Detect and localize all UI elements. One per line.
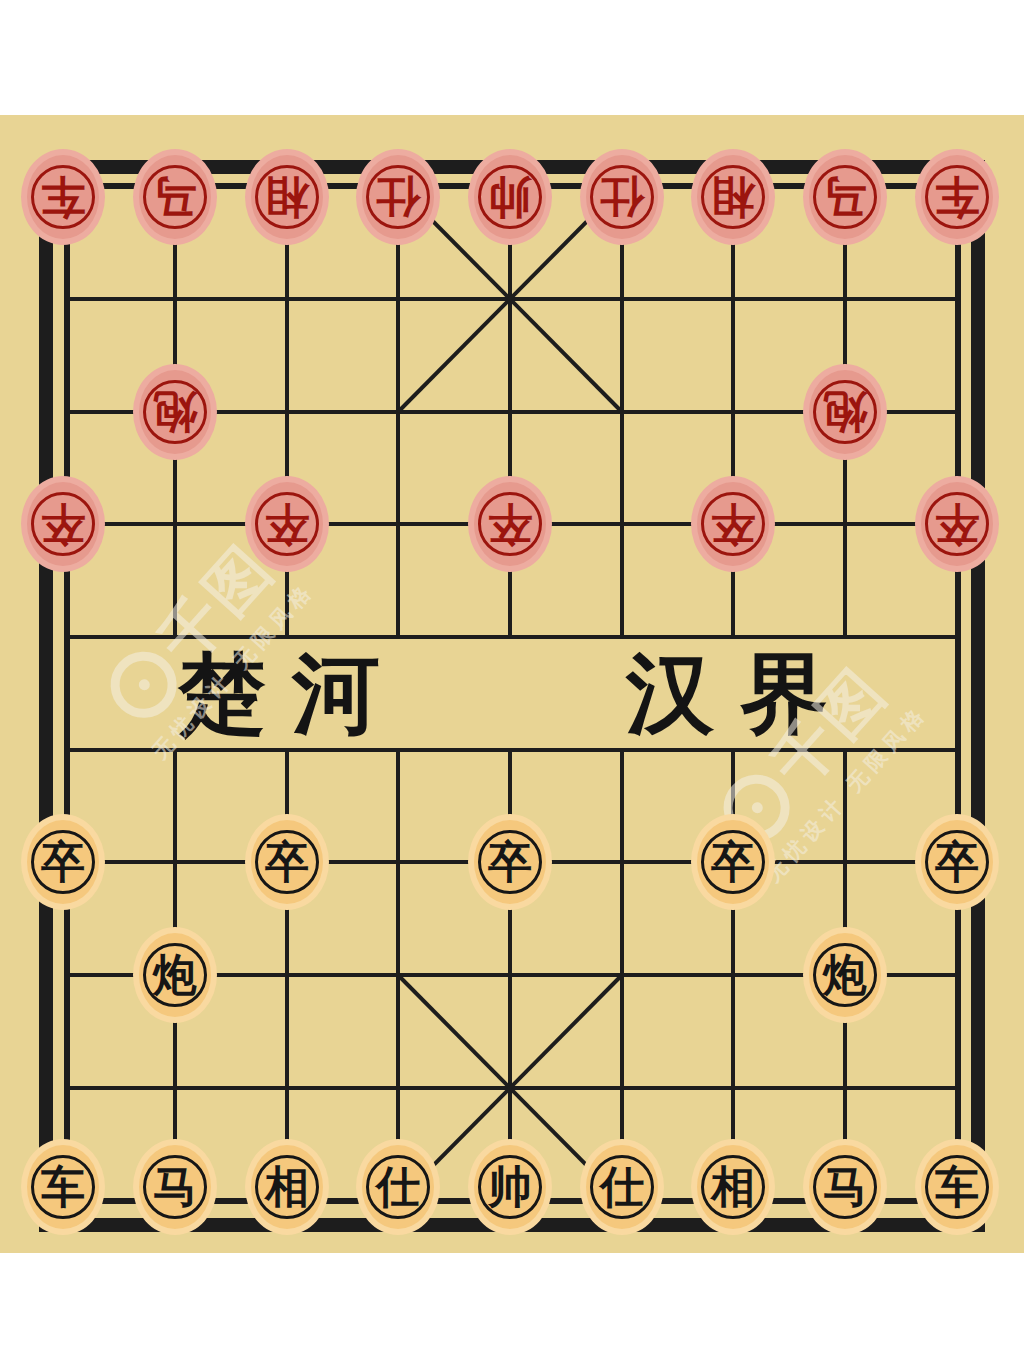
- piece-ring: 相: [701, 165, 765, 229]
- piece-glyph: 车: [41, 1165, 85, 1209]
- river-label-right: 汉界: [626, 635, 854, 754]
- piece-ring: 仕: [590, 1155, 654, 1219]
- piece-red-horse[interactable]: 马: [133, 149, 217, 245]
- piece-glyph: 卒: [935, 840, 979, 884]
- piece-ring: 卒: [701, 830, 765, 894]
- piece-glyph: 卒: [711, 840, 755, 884]
- piece-glyph: 相: [711, 175, 755, 219]
- piece-ring: 仕: [366, 1155, 430, 1219]
- piece-glyph: 相: [265, 175, 309, 219]
- piece-ring: 卒: [478, 830, 542, 894]
- piece-ring: 卒: [31, 830, 95, 894]
- piece-red-chariot[interactable]: 车: [21, 149, 105, 245]
- piece-ring: 帅: [478, 1155, 542, 1219]
- piece-glyph: 车: [41, 175, 85, 219]
- piece-yellow-chariot[interactable]: 车: [21, 1139, 105, 1235]
- piece-ring: 炮: [143, 943, 207, 1007]
- piece-ring: 卒: [31, 492, 95, 556]
- piece-red-horse[interactable]: 马: [803, 149, 887, 245]
- piece-yellow-general[interactable]: 帅: [468, 1139, 552, 1235]
- piece-red-elephant[interactable]: 相: [691, 149, 775, 245]
- piece-ring: 相: [255, 165, 319, 229]
- piece-yellow-soldier[interactable]: 卒: [915, 814, 999, 910]
- piece-yellow-advisor[interactable]: 仕: [356, 1139, 440, 1235]
- piece-yellow-elephant[interactable]: 相: [691, 1139, 775, 1235]
- piece-ring: 马: [143, 1155, 207, 1219]
- piece-ring: 仕: [366, 165, 430, 229]
- piece-yellow-chariot[interactable]: 车: [915, 1139, 999, 1235]
- piece-yellow-soldier[interactable]: 卒: [21, 814, 105, 910]
- piece-glyph: 马: [823, 175, 867, 219]
- piece-red-general[interactable]: 帅: [468, 149, 552, 245]
- piece-ring: 车: [925, 1155, 989, 1219]
- piece-glyph: 帅: [488, 175, 532, 219]
- piece-ring: 卒: [255, 492, 319, 556]
- piece-glyph: 仕: [600, 175, 644, 219]
- piece-ring: 卒: [701, 492, 765, 556]
- piece-glyph: 炮: [823, 953, 867, 997]
- piece-ring: 马: [813, 165, 877, 229]
- piece-yellow-advisor[interactable]: 仕: [580, 1139, 664, 1235]
- piece-red-soldier[interactable]: 卒: [691, 476, 775, 572]
- piece-ring: 马: [813, 1155, 877, 1219]
- piece-yellow-horse[interactable]: 马: [133, 1139, 217, 1235]
- piece-glyph: 马: [153, 1165, 197, 1209]
- piece-ring: 卒: [478, 492, 542, 556]
- piece-yellow-cannon[interactable]: 炮: [803, 927, 887, 1023]
- piece-glyph: 帅: [488, 1165, 532, 1209]
- piece-red-cannon[interactable]: 炮: [803, 364, 887, 460]
- river-label-left: 楚河: [178, 635, 406, 754]
- piece-ring: 相: [701, 1155, 765, 1219]
- piece-glyph: 卒: [41, 840, 85, 884]
- piece-glyph: 马: [823, 1165, 867, 1209]
- piece-red-soldier[interactable]: 卒: [915, 476, 999, 572]
- piece-ring: 车: [31, 1155, 95, 1219]
- piece-glyph: 卒: [265, 502, 309, 546]
- piece-yellow-elephant[interactable]: 相: [245, 1139, 329, 1235]
- piece-ring: 车: [925, 165, 989, 229]
- piece-glyph: 卒: [265, 840, 309, 884]
- piece-yellow-horse[interactable]: 马: [803, 1139, 887, 1235]
- piece-red-chariot[interactable]: 车: [915, 149, 999, 245]
- piece-glyph: 炮: [153, 390, 197, 434]
- piece-ring: 卒: [925, 830, 989, 894]
- piece-glyph: 炮: [153, 953, 197, 997]
- xiangqi-page: 楚河 汉界 千图 无忧设计 无限风格 千图 无忧设计 无限风格 车马相仕帅仕相马…: [0, 0, 1024, 1369]
- piece-ring: 马: [143, 165, 207, 229]
- piece-ring: 卒: [925, 492, 989, 556]
- piece-red-advisor[interactable]: 仕: [580, 149, 664, 245]
- piece-glyph: 卒: [711, 502, 755, 546]
- piece-red-soldier[interactable]: 卒: [21, 476, 105, 572]
- piece-yellow-cannon[interactable]: 炮: [133, 927, 217, 1023]
- piece-red-soldier[interactable]: 卒: [468, 476, 552, 572]
- piece-glyph: 卒: [488, 840, 532, 884]
- piece-glyph: 车: [935, 175, 979, 219]
- piece-glyph: 仕: [600, 1165, 644, 1209]
- piece-yellow-soldier[interactable]: 卒: [691, 814, 775, 910]
- piece-glyph: 相: [265, 1165, 309, 1209]
- piece-red-elephant[interactable]: 相: [245, 149, 329, 245]
- piece-glyph: 马: [153, 175, 197, 219]
- piece-glyph: 车: [935, 1165, 979, 1209]
- piece-glyph: 卒: [935, 502, 979, 546]
- piece-yellow-soldier[interactable]: 卒: [468, 814, 552, 910]
- piece-red-cannon[interactable]: 炮: [133, 364, 217, 460]
- piece-ring: 仕: [590, 165, 654, 229]
- piece-ring: 帅: [478, 165, 542, 229]
- piece-ring: 卒: [255, 830, 319, 894]
- piece-glyph: 卒: [488, 502, 532, 546]
- piece-glyph: 炮: [823, 390, 867, 434]
- piece-ring: 炮: [813, 380, 877, 444]
- piece-glyph: 卒: [41, 502, 85, 546]
- piece-glyph: 相: [711, 1165, 755, 1209]
- piece-ring: 炮: [813, 943, 877, 1007]
- piece-ring: 车: [31, 165, 95, 229]
- piece-glyph: 仕: [376, 175, 420, 219]
- piece-red-advisor[interactable]: 仕: [356, 149, 440, 245]
- piece-ring: 炮: [143, 380, 207, 444]
- piece-ring: 相: [255, 1155, 319, 1219]
- piece-red-soldier[interactable]: 卒: [245, 476, 329, 572]
- piece-glyph: 仕: [376, 1165, 420, 1209]
- piece-yellow-soldier[interactable]: 卒: [245, 814, 329, 910]
